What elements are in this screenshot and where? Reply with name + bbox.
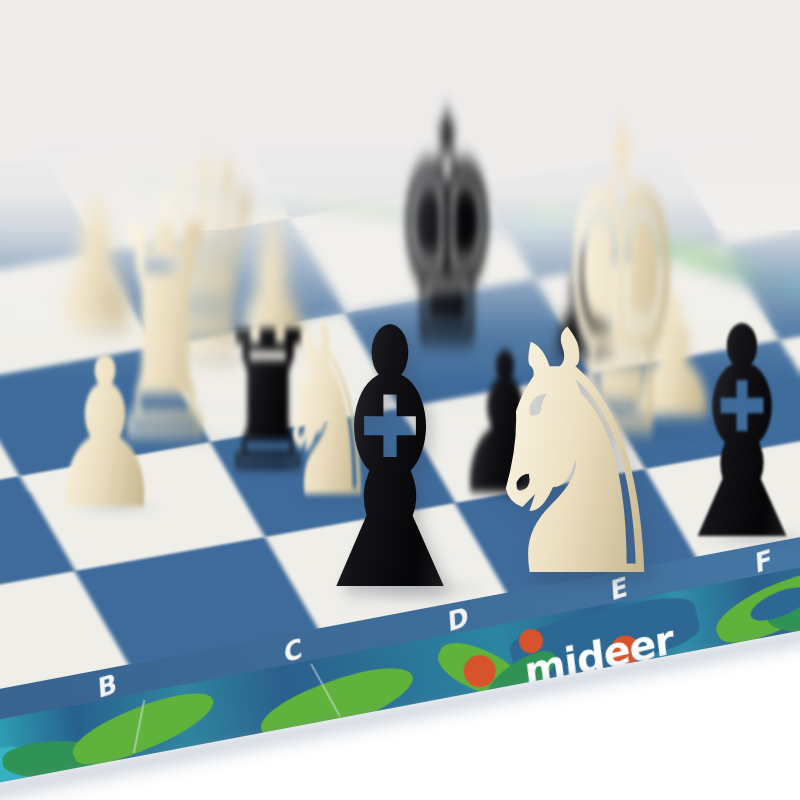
piece-black-bishop-d2[interactable]: ♝ bbox=[287, 283, 493, 641]
pieces-layer: ♟♟♚♟♛♟♚♜♜♟♞♟♝♞♝ bbox=[0, 0, 800, 800]
piece-white-pawn-b2[interactable]: ♟ bbox=[46, 330, 164, 538]
piece-white-knight-e2[interactable]: ♞ bbox=[467, 288, 684, 624]
scene: BCDEF mideer ♟♟♚♟♛♟♚♜♜♟♞♟♝♞♝ bbox=[0, 0, 800, 800]
